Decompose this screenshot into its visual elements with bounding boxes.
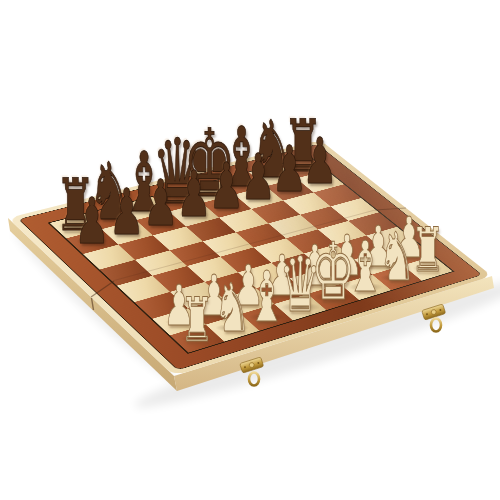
chess-set-photo: Open folding wooden chess set with Staun… bbox=[0, 0, 500, 500]
